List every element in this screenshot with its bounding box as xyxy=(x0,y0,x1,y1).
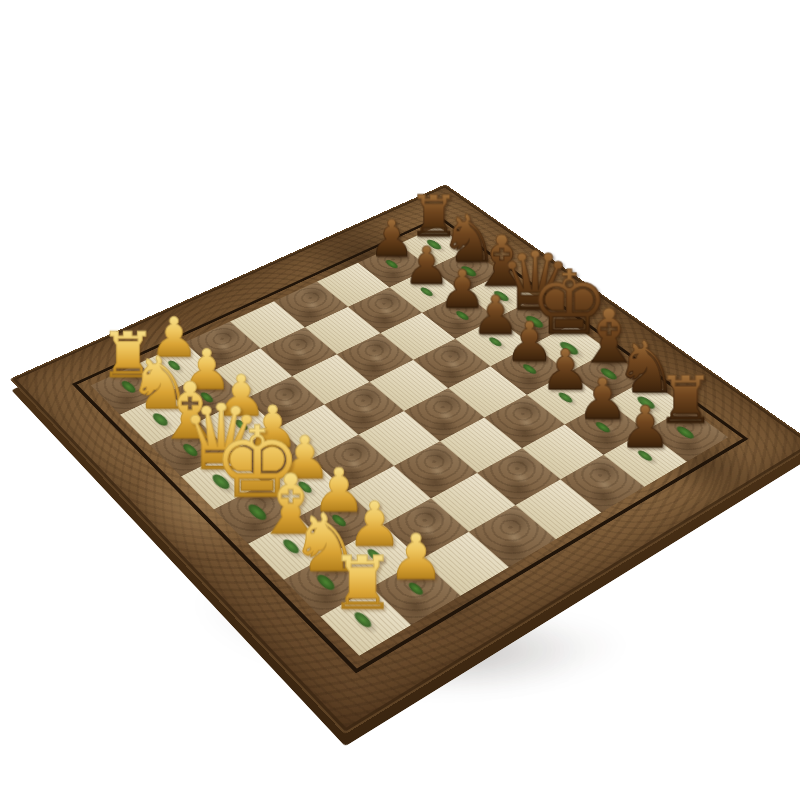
white-pawn-glyph: ♟ xyxy=(388,526,444,589)
chess-set-product-photo: ♜♞♝♛♚♝♞♜♟♟♟♟♟♟♟♟♟♟♟♟♟♟♟♟♜♞♝♛♚♝♞♜ xyxy=(0,0,800,800)
chess-board: ♜♞♝♛♚♝♞♜♟♟♟♟♟♟♟♟♟♟♟♟♟♟♟♟♜♞♝♛♚♝♞♜ xyxy=(10,184,800,734)
black-pawn-glyph: ♟ xyxy=(619,398,671,456)
white-rook-glyph: ♜ xyxy=(330,547,395,620)
board-pieces: ♜♞♝♛♚♝♞♜♟♟♟♟♟♟♟♟♟♟♟♟♟♟♟♟♜♞♝♛♚♝♞♜ xyxy=(91,226,729,656)
perspective-scene: ♜♞♝♛♚♝♞♜♟♟♟♟♟♟♟♟♟♟♟♟♟♟♟♟♜♞♝♛♚♝♞♜ xyxy=(0,0,800,800)
